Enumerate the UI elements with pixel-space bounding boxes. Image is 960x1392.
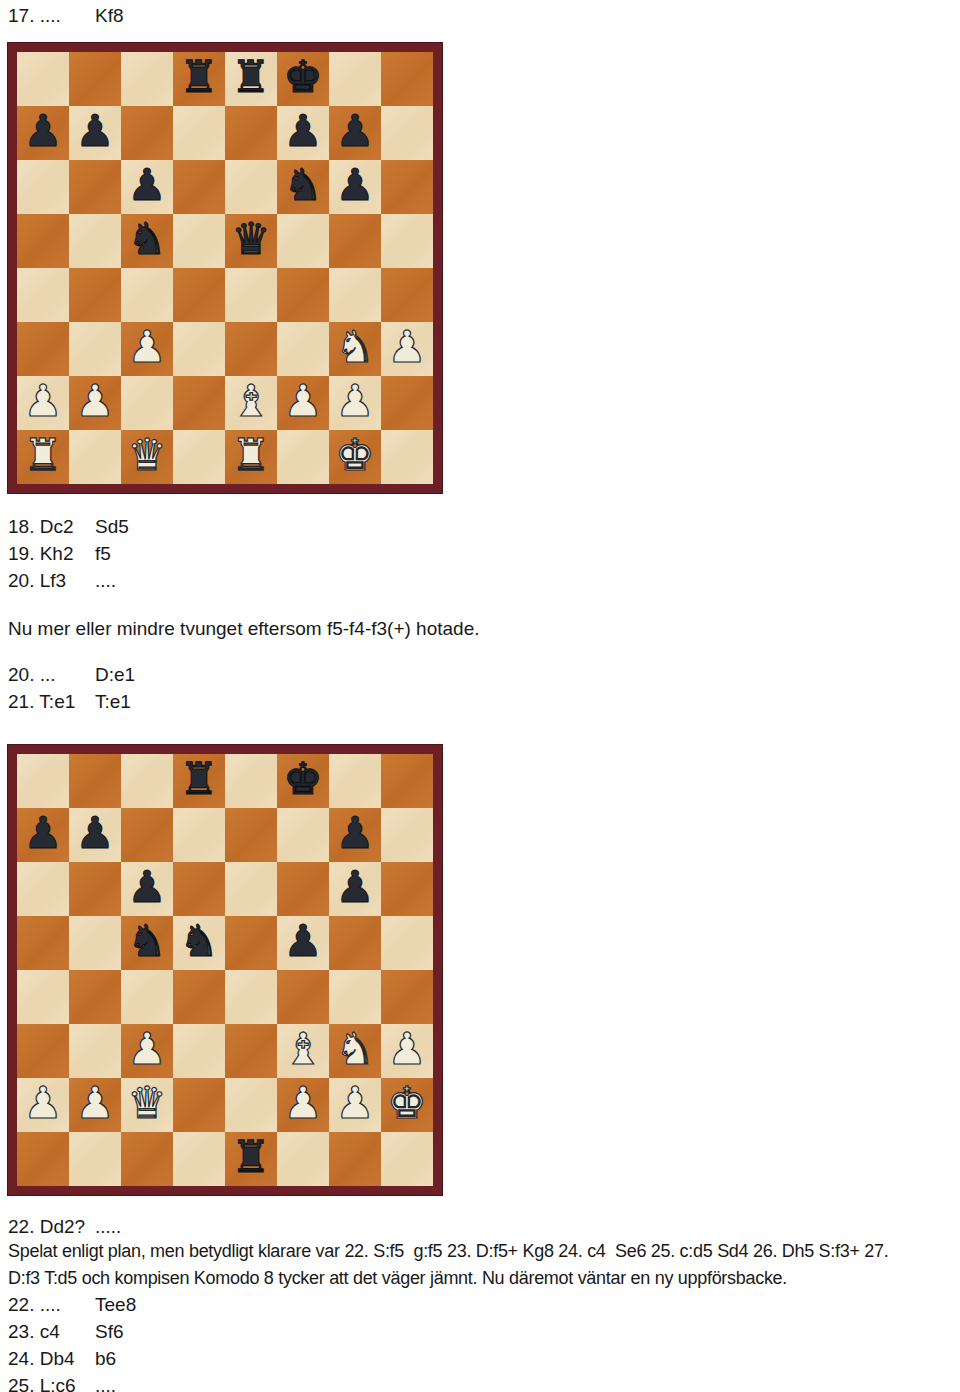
square-f6 bbox=[277, 862, 329, 916]
black-pawn-b7: ♟ bbox=[75, 811, 114, 855]
move-list-18-20: 18. Dc2Sd519. Kh2f520. Lf3.... bbox=[8, 513, 129, 594]
white-bishop-e2: ♝ bbox=[231, 379, 270, 423]
move-black: Tee8 bbox=[95, 1294, 136, 1315]
square-a1 bbox=[17, 1132, 69, 1186]
black-pawn-g6: ♟ bbox=[335, 865, 374, 909]
square-b6 bbox=[69, 160, 121, 214]
white-rook-e1: ♜ bbox=[231, 433, 270, 477]
square-g5 bbox=[329, 214, 381, 268]
white-pawn-c3: ♟ bbox=[127, 1027, 166, 1071]
move-row: 19. Kh2f5 bbox=[8, 540, 129, 567]
square-a2: ♟ bbox=[17, 1078, 69, 1132]
square-h2 bbox=[381, 376, 433, 430]
square-b7: ♟ bbox=[69, 808, 121, 862]
square-a3 bbox=[17, 1024, 69, 1078]
square-f8: ♚ bbox=[277, 52, 329, 106]
move-list-20-21: 20. ...D:e121. T:e1T:e1 bbox=[8, 661, 135, 715]
black-rook-e1: ♜ bbox=[231, 1135, 270, 1179]
move-black: .... bbox=[95, 1375, 116, 1392]
square-a5 bbox=[17, 214, 69, 268]
square-d2 bbox=[173, 1078, 225, 1132]
move-number-white: 19. Kh2 bbox=[8, 540, 95, 567]
black-queen-e5: ♛ bbox=[231, 217, 270, 261]
white-pawn-g2: ♟ bbox=[335, 1081, 374, 1125]
square-f2: ♟ bbox=[277, 376, 329, 430]
square-a8 bbox=[17, 754, 69, 808]
square-f5 bbox=[277, 214, 329, 268]
black-pawn-g6: ♟ bbox=[335, 163, 374, 207]
move-black: Kf8 bbox=[95, 5, 124, 26]
move-black: ..... bbox=[95, 1216, 121, 1237]
square-e4 bbox=[225, 970, 277, 1024]
white-bishop-f3: ♝ bbox=[283, 1027, 322, 1071]
square-d1 bbox=[173, 1132, 225, 1186]
square-a2: ♟ bbox=[17, 376, 69, 430]
black-pawn-c6: ♟ bbox=[127, 865, 166, 909]
commentary-1: Nu mer eller mindre tvunget eftersom f5-… bbox=[8, 615, 480, 642]
move-black: T:e1 bbox=[95, 691, 131, 712]
commentary-line: D:f3 T:d5 och kompisen Komodo 8 tycker a… bbox=[8, 1265, 888, 1292]
square-b6 bbox=[69, 862, 121, 916]
black-rook-d8: ♜ bbox=[179, 757, 218, 801]
white-pawn-a2: ♟ bbox=[23, 379, 62, 423]
square-h7 bbox=[381, 106, 433, 160]
white-knight-g3: ♞ bbox=[335, 1027, 374, 1071]
white-king-h2: ♚ bbox=[387, 1081, 426, 1125]
square-b4 bbox=[69, 268, 121, 322]
square-c1 bbox=[121, 1132, 173, 1186]
move-number-white: 21. T:e1 bbox=[8, 688, 95, 715]
square-h4 bbox=[381, 970, 433, 1024]
square-e2: ♝ bbox=[225, 376, 277, 430]
white-queen-c2: ♛ bbox=[127, 1081, 166, 1125]
white-pawn-f2: ♟ bbox=[283, 379, 322, 423]
square-f1 bbox=[277, 1132, 329, 1186]
white-pawn-b2: ♟ bbox=[75, 1081, 114, 1125]
square-h6 bbox=[381, 160, 433, 214]
white-pawn-f2: ♟ bbox=[283, 1081, 322, 1125]
square-b8 bbox=[69, 754, 121, 808]
black-pawn-a7: ♟ bbox=[23, 109, 62, 153]
square-b8 bbox=[69, 52, 121, 106]
move-number-white: 17. .... bbox=[8, 2, 95, 29]
square-c7 bbox=[121, 808, 173, 862]
square-e2 bbox=[225, 1078, 277, 1132]
white-king-g1: ♚ bbox=[335, 433, 374, 477]
square-c6: ♟ bbox=[121, 862, 173, 916]
square-e3 bbox=[225, 1024, 277, 1078]
square-g7: ♟ bbox=[329, 808, 381, 862]
chess-diagram-1: ♜♜♚♟♟♟♟♟♞♟♞♛♟♞♟♟♟♝♟♟♜♛♜♚ bbox=[8, 43, 442, 493]
white-pawn-g2: ♟ bbox=[335, 379, 374, 423]
move-list-top: 17. ....Kf8 bbox=[8, 2, 124, 29]
square-e5 bbox=[225, 916, 277, 970]
square-h8 bbox=[381, 754, 433, 808]
move-number-white: 20. Lf3 bbox=[8, 567, 95, 594]
square-g6: ♟ bbox=[329, 862, 381, 916]
document-page: { "game": "chess", "position": { "diagra… bbox=[0, 0, 960, 1392]
move-number-white: 18. Dc2 bbox=[8, 513, 95, 540]
black-pawn-g7: ♟ bbox=[335, 811, 374, 855]
square-f8: ♚ bbox=[277, 754, 329, 808]
black-pawn-a7: ♟ bbox=[23, 811, 62, 855]
square-c4 bbox=[121, 970, 173, 1024]
square-h4 bbox=[381, 268, 433, 322]
move-row: 23. c4Sf6 bbox=[8, 1318, 136, 1345]
move-list-22: 22. Dd2?..... bbox=[8, 1213, 121, 1240]
square-b7: ♟ bbox=[69, 106, 121, 160]
square-e1: ♜ bbox=[225, 430, 277, 484]
square-h6 bbox=[381, 862, 433, 916]
square-e4 bbox=[225, 268, 277, 322]
move-black: D:e1 bbox=[95, 664, 135, 685]
square-f4 bbox=[277, 268, 329, 322]
square-g2: ♟ bbox=[329, 376, 381, 430]
square-h5 bbox=[381, 214, 433, 268]
square-h3: ♟ bbox=[381, 322, 433, 376]
square-c3: ♟ bbox=[121, 322, 173, 376]
square-b4 bbox=[69, 970, 121, 1024]
square-b2: ♟ bbox=[69, 376, 121, 430]
square-d2 bbox=[173, 376, 225, 430]
move-black: .... bbox=[95, 570, 116, 591]
square-h2: ♚ bbox=[381, 1078, 433, 1132]
move-row: 24. Db4b6 bbox=[8, 1345, 136, 1372]
black-pawn-f5: ♟ bbox=[283, 919, 322, 963]
move-row: 21. T:e1T:e1 bbox=[8, 688, 135, 715]
square-a5 bbox=[17, 916, 69, 970]
square-g4 bbox=[329, 268, 381, 322]
square-a6 bbox=[17, 160, 69, 214]
white-pawn-h3: ♟ bbox=[387, 1027, 426, 1071]
square-c3: ♟ bbox=[121, 1024, 173, 1078]
square-g1: ♚ bbox=[329, 430, 381, 484]
square-g4 bbox=[329, 970, 381, 1024]
square-f1 bbox=[277, 430, 329, 484]
white-pawn-a2: ♟ bbox=[23, 1081, 62, 1125]
move-row: 17. ....Kf8 bbox=[8, 2, 124, 29]
square-g8 bbox=[329, 754, 381, 808]
square-d7 bbox=[173, 106, 225, 160]
square-a3 bbox=[17, 322, 69, 376]
square-h3: ♟ bbox=[381, 1024, 433, 1078]
square-a7: ♟ bbox=[17, 808, 69, 862]
square-g2: ♟ bbox=[329, 1078, 381, 1132]
square-c5: ♞ bbox=[121, 214, 173, 268]
black-pawn-c6: ♟ bbox=[127, 163, 166, 207]
square-b2: ♟ bbox=[69, 1078, 121, 1132]
black-king-f8: ♚ bbox=[283, 757, 322, 801]
square-e3 bbox=[225, 322, 277, 376]
square-d8: ♜ bbox=[173, 754, 225, 808]
square-a1: ♜ bbox=[17, 430, 69, 484]
square-c8 bbox=[121, 754, 173, 808]
square-h1 bbox=[381, 1132, 433, 1186]
white-rook-a1: ♜ bbox=[23, 433, 62, 477]
move-number-white: 20. ... bbox=[8, 661, 95, 688]
square-f5: ♟ bbox=[277, 916, 329, 970]
square-b1 bbox=[69, 1132, 121, 1186]
square-e6 bbox=[225, 160, 277, 214]
square-a7: ♟ bbox=[17, 106, 69, 160]
square-e7 bbox=[225, 808, 277, 862]
commentary-line: Spelat enligt plan, men betydligt klarar… bbox=[8, 1238, 888, 1265]
black-rook-d8: ♜ bbox=[179, 55, 218, 99]
square-h1 bbox=[381, 430, 433, 484]
move-list-22-25: 22. ....Tee823. c4Sf624. Db4b625. L:c6..… bbox=[8, 1291, 136, 1392]
white-pawn-h3: ♟ bbox=[387, 325, 426, 369]
move-number-white: 22. Dd2? bbox=[8, 1213, 95, 1240]
square-d3 bbox=[173, 1024, 225, 1078]
square-b3 bbox=[69, 1024, 121, 1078]
square-d5 bbox=[173, 214, 225, 268]
black-king-f8: ♚ bbox=[283, 55, 322, 99]
square-f3 bbox=[277, 322, 329, 376]
square-g8 bbox=[329, 52, 381, 106]
white-pawn-c3: ♟ bbox=[127, 325, 166, 369]
square-h5 bbox=[381, 916, 433, 970]
square-d7 bbox=[173, 808, 225, 862]
move-black: Sf6 bbox=[95, 1321, 124, 1342]
move-row: 20. Lf3.... bbox=[8, 567, 129, 594]
move-row: 20. ...D:e1 bbox=[8, 661, 135, 688]
square-f7: ♟ bbox=[277, 106, 329, 160]
square-e5: ♛ bbox=[225, 214, 277, 268]
square-f4 bbox=[277, 970, 329, 1024]
black-pawn-g7: ♟ bbox=[335, 109, 374, 153]
square-c6: ♟ bbox=[121, 160, 173, 214]
square-c7 bbox=[121, 106, 173, 160]
square-h7 bbox=[381, 808, 433, 862]
square-f3: ♝ bbox=[277, 1024, 329, 1078]
square-b5 bbox=[69, 214, 121, 268]
square-g1 bbox=[329, 1132, 381, 1186]
move-number-white: 23. c4 bbox=[8, 1318, 95, 1345]
white-queen-c1: ♛ bbox=[127, 433, 166, 477]
black-pawn-b7: ♟ bbox=[75, 109, 114, 153]
square-a6 bbox=[17, 862, 69, 916]
square-g3: ♞ bbox=[329, 1024, 381, 1078]
black-knight-f6: ♞ bbox=[283, 163, 322, 207]
move-black: Sd5 bbox=[95, 516, 129, 537]
square-c8 bbox=[121, 52, 173, 106]
move-number-white: 22. .... bbox=[8, 1291, 95, 1318]
square-a8 bbox=[17, 52, 69, 106]
white-knight-g3: ♞ bbox=[335, 325, 374, 369]
black-rook-e8: ♜ bbox=[231, 55, 270, 99]
black-pawn-f7: ♟ bbox=[283, 109, 322, 153]
square-d6 bbox=[173, 862, 225, 916]
square-g6: ♟ bbox=[329, 160, 381, 214]
move-black: b6 bbox=[95, 1348, 116, 1369]
black-knight-c5: ♞ bbox=[127, 217, 166, 261]
square-c5: ♞ bbox=[121, 916, 173, 970]
square-a4 bbox=[17, 970, 69, 1024]
black-knight-c5: ♞ bbox=[127, 919, 166, 963]
square-f6: ♞ bbox=[277, 160, 329, 214]
white-pawn-b2: ♟ bbox=[75, 379, 114, 423]
square-e8: ♜ bbox=[225, 52, 277, 106]
move-row: 22. ....Tee8 bbox=[8, 1291, 136, 1318]
move-row: 22. Dd2?..... bbox=[8, 1213, 121, 1240]
square-g5 bbox=[329, 916, 381, 970]
square-e7 bbox=[225, 106, 277, 160]
square-d8: ♜ bbox=[173, 52, 225, 106]
square-f7 bbox=[277, 808, 329, 862]
black-knight-d5: ♞ bbox=[179, 919, 218, 963]
square-d4 bbox=[173, 970, 225, 1024]
move-row: 25. L:c6.... bbox=[8, 1372, 136, 1392]
move-number-white: 24. Db4 bbox=[8, 1345, 95, 1372]
square-d5: ♞ bbox=[173, 916, 225, 970]
square-b1 bbox=[69, 430, 121, 484]
square-c1: ♛ bbox=[121, 430, 173, 484]
square-g3: ♞ bbox=[329, 322, 381, 376]
square-e8 bbox=[225, 754, 277, 808]
square-d3 bbox=[173, 322, 225, 376]
square-d1 bbox=[173, 430, 225, 484]
square-f2: ♟ bbox=[277, 1078, 329, 1132]
chess-diagram-2: ♜♚♟♟♟♟♟♞♞♟♟♝♞♟♟♟♛♟♟♚♜ bbox=[8, 745, 442, 1195]
commentary-2: Spelat enligt plan, men betydligt klarar… bbox=[8, 1238, 888, 1292]
square-d4 bbox=[173, 268, 225, 322]
move-number-white: 25. L:c6 bbox=[8, 1372, 95, 1392]
square-c2: ♛ bbox=[121, 1078, 173, 1132]
square-c4 bbox=[121, 268, 173, 322]
square-e1: ♜ bbox=[225, 1132, 277, 1186]
move-black: f5 bbox=[95, 543, 111, 564]
square-b3 bbox=[69, 322, 121, 376]
square-c2 bbox=[121, 376, 173, 430]
square-b5 bbox=[69, 916, 121, 970]
square-e6 bbox=[225, 862, 277, 916]
square-g7: ♟ bbox=[329, 106, 381, 160]
square-h8 bbox=[381, 52, 433, 106]
square-d6 bbox=[173, 160, 225, 214]
move-row: 18. Dc2Sd5 bbox=[8, 513, 129, 540]
square-a4 bbox=[17, 268, 69, 322]
